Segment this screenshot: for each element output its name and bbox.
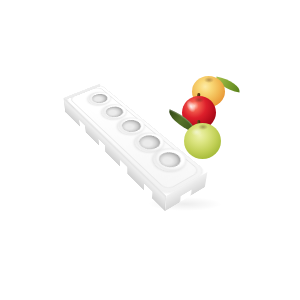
yellow-apple-dimple — [204, 77, 214, 83]
mold-cavity-5-hole — [154, 149, 185, 170]
green-apple — [184, 123, 221, 159]
mold-cavity-3-hole — [119, 118, 144, 134]
mold-cavity-2-hole — [103, 105, 126, 119]
product-photo — [0, 0, 300, 300]
mold-cavity-4 — [129, 129, 170, 156]
green-apple-dimple — [198, 124, 208, 130]
mold-cavity-1-hole — [89, 92, 110, 105]
mold-cavity-4-hole — [136, 133, 164, 151]
red-apple-dimple — [194, 97, 204, 103]
